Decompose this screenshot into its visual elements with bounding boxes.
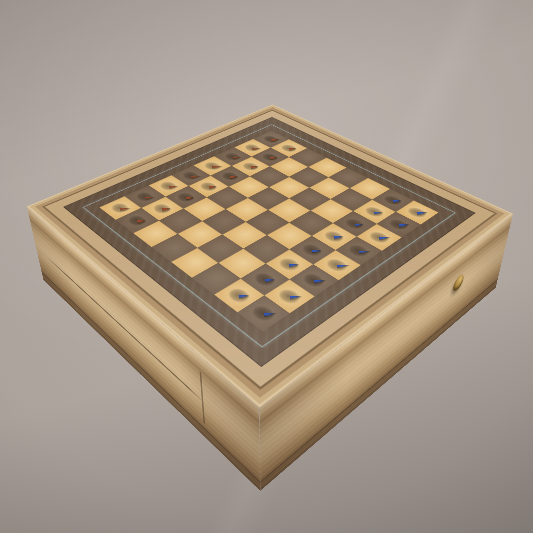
drawer-knob[interactable] <box>452 272 465 294</box>
piece-glyph: ♜ <box>228 222 299 313</box>
piece-glyph: ♟ <box>108 159 167 223</box>
pieces-layer: ♜♞♝♛♚♝♞♜♟♟♟♟♟♟♟♟♟♟♟♟♟♟♟♟♜♞♝♛♚♝♞♜ <box>99 131 438 332</box>
scene: ♜♞♝♛♚♝♞♜♟♟♟♟♟♟♟♟♟♟♟♟♟♟♟♟♜♞♝♛♚♝♞♜ <box>0 0 533 533</box>
chess-box: ♜♞♝♛♚♝♞♜♟♟♟♟♟♟♟♟♟♟♟♟♟♟♟♟♜♞♝♛♚♝♞♜ <box>27 104 513 407</box>
